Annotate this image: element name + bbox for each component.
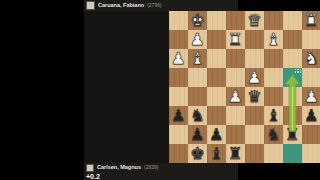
square[interactable] [264,68,283,87]
square[interactable] [283,87,302,106]
square[interactable]: ♟ [169,49,188,68]
square[interactable] [188,68,207,87]
square[interactable] [226,49,245,68]
square[interactable] [302,30,320,49]
square[interactable] [283,49,302,68]
white-pawn-piece[interactable]: ♟ [226,87,245,106]
square[interactable]: ♝ [264,30,283,49]
square[interactable]: ♝ [188,49,207,68]
square[interactable]: ♟ [207,125,226,144]
square[interactable]: ♛ [245,11,264,30]
square[interactable] [169,125,188,144]
white-pawn-piece[interactable]: ♟ [169,49,188,68]
square[interactable]: ♛ [245,87,264,106]
square[interactable]: ♜ [283,125,302,144]
bottom-player-name: Carlsen, Magnus [97,165,141,171]
square[interactable]: ♟ [188,125,207,144]
top-player-bar: Caruana, Fabiano (2796) [84,0,238,11]
black-knight-piece[interactable]: ♞ [188,106,207,125]
square[interactable] [207,87,226,106]
bottom-player-bar: Carlsen, Magnus (2839) +0.2 [84,163,238,180]
top-player-name: Caruana, Fabiano [98,3,144,9]
square[interactable]: ♞ [188,106,207,125]
black-king-piece[interactable]: ♚ [188,144,207,163]
black-knight-piece[interactable]: ♞ [264,125,283,144]
square[interactable]: ♞ [264,125,283,144]
black-rook-piece[interactable]: ♜ [283,125,302,144]
square[interactable] [283,144,302,163]
black-bishop-piece[interactable]: ♝ [207,144,226,163]
black-pawn-piece[interactable]: ♟ [207,125,226,144]
video-frame: Caruana, Fabiano (2796) ♚♛♜♟♜♝♟♝♞♟♟♛♟♟♞♝… [0,0,320,180]
bottom-player-rating: (2839) [144,165,158,170]
white-bishop-piece[interactable]: ♝ [188,49,207,68]
square[interactable] [169,68,188,87]
square[interactable]: ♟ [245,68,264,87]
square[interactable]: ♟ [302,106,320,125]
square[interactable] [302,144,320,163]
square[interactable] [226,106,245,125]
square[interactable] [283,68,302,87]
square[interactable] [188,87,207,106]
white-bishop-piece[interactable]: ♝ [264,30,283,49]
square[interactable]: ♜ [302,11,320,30]
square[interactable] [169,87,188,106]
square[interactable]: ♟ [302,87,320,106]
square[interactable] [207,68,226,87]
square[interactable] [245,30,264,49]
square[interactable] [226,11,245,30]
square[interactable]: ♜ [226,144,245,163]
best-move-dots-icon [295,69,301,73]
white-knight-piece[interactable]: ♞ [302,49,320,68]
top-player-avatar [86,1,95,10]
black-queen-piece[interactable]: ♛ [245,87,264,106]
square[interactable] [245,125,264,144]
square[interactable] [226,125,245,144]
square[interactable] [283,30,302,49]
white-king-piece[interactable]: ♚ [188,11,207,30]
square[interactable] [283,11,302,30]
white-pawn-piece[interactable]: ♟ [245,68,264,87]
square[interactable]: ♜ [226,30,245,49]
chess-board[interactable]: ♚♛♜♟♜♝♟♝♞♟♟♛♟♟♞♝♟♟♟♞♜♚♝♜ [169,11,320,163]
evaluation-readout: +0.2 [86,173,100,180]
square[interactable]: ♞ [302,49,320,68]
square[interactable] [169,30,188,49]
white-rook-piece[interactable]: ♜ [226,30,245,49]
square[interactable] [245,106,264,125]
white-pawn-piece[interactable]: ♟ [188,30,207,49]
chess-panel: Caruana, Fabiano (2796) ♚♛♜♟♜♝♟♝♞♟♟♛♟♟♞♝… [84,0,238,180]
square[interactable] [264,144,283,163]
white-pawn-piece[interactable]: ♟ [302,87,320,106]
square[interactable] [283,106,302,125]
square[interactable] [207,106,226,125]
square[interactable] [207,49,226,68]
square[interactable] [207,11,226,30]
square[interactable]: ♟ [169,106,188,125]
top-player-rating: (2796) [147,3,161,8]
square[interactable]: ♚ [188,144,207,163]
black-rook-piece[interactable]: ♜ [226,144,245,163]
square[interactable] [264,49,283,68]
square[interactable] [169,11,188,30]
square[interactable] [302,68,320,87]
square[interactable] [264,87,283,106]
black-bishop-piece[interactable]: ♝ [264,106,283,125]
square[interactable] [245,144,264,163]
bottom-player-avatar [86,164,94,172]
white-queen-piece[interactable]: ♛ [245,11,264,30]
square[interactable] [302,125,320,144]
square[interactable]: ♚ [188,11,207,30]
white-rook-piece[interactable]: ♜ [302,11,320,30]
black-pawn-piece[interactable]: ♟ [169,106,188,125]
square[interactable]: ♝ [207,144,226,163]
square[interactable] [169,144,188,163]
black-pawn-piece[interactable]: ♟ [188,125,207,144]
square[interactable] [245,49,264,68]
square[interactable] [207,30,226,49]
black-pawn-piece[interactable]: ♟ [302,106,320,125]
square[interactable] [264,11,283,30]
square[interactable]: ♟ [188,30,207,49]
square[interactable] [226,68,245,87]
square[interactable]: ♝ [264,106,283,125]
square[interactable]: ♟ [226,87,245,106]
